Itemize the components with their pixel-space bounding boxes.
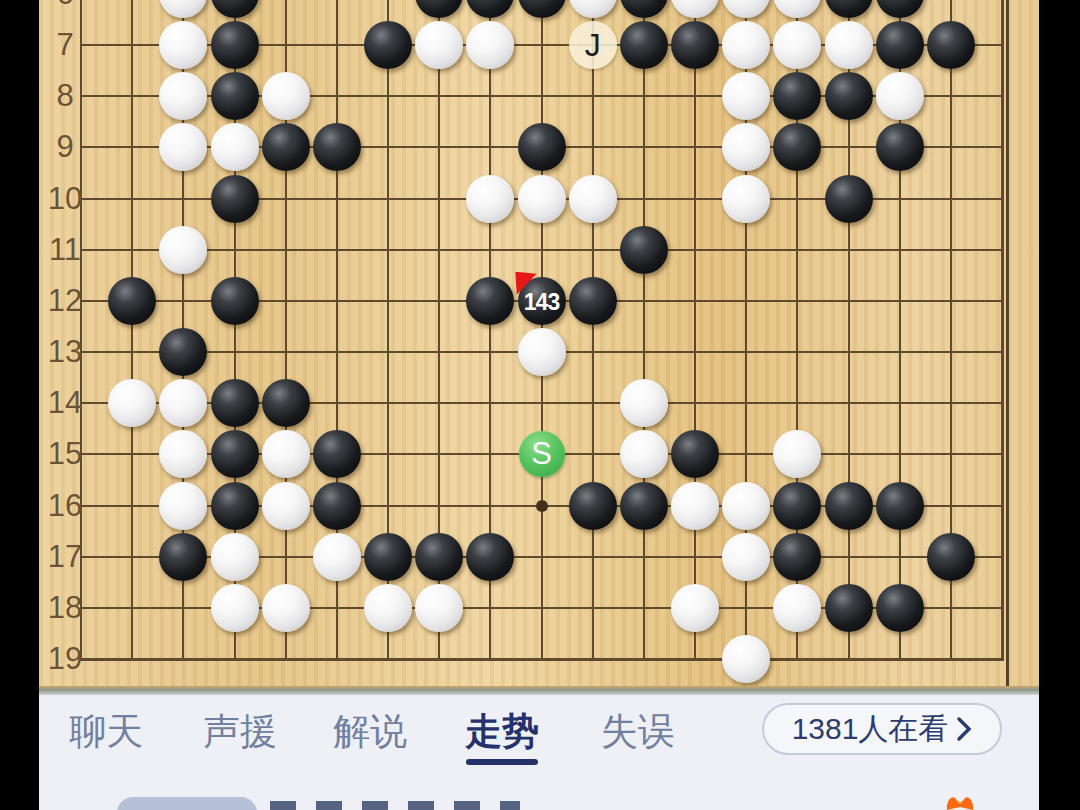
black-stone [620, 21, 668, 69]
go-board[interactable]: 678910111213141516171819 143JS [39, 0, 1039, 695]
white-stone [159, 0, 207, 18]
white-stone [671, 584, 719, 632]
grid-vline [131, 0, 133, 661]
black-stone [262, 379, 310, 427]
white-stone [262, 482, 310, 530]
black-stone [211, 379, 259, 427]
black-stone [569, 482, 617, 530]
black-stone [773, 533, 821, 581]
black-stone [671, 21, 719, 69]
tab-2[interactable]: 声援 [200, 707, 280, 757]
partial-text-row [270, 801, 520, 810]
suggestion-marker: S [519, 431, 565, 477]
row-label-6: 6 [39, 0, 91, 12]
black-stone [466, 533, 514, 581]
white-stone [620, 379, 668, 427]
grid-hline [80, 658, 1003, 661]
app-screen: 678910111213141516171819 143JS 聊天声援解说走势失… [0, 0, 1080, 810]
white-stone [671, 0, 719, 18]
white-stone [773, 584, 821, 632]
white-stone [722, 635, 770, 683]
tab-3[interactable]: 解说 [330, 707, 410, 757]
white-stone [159, 379, 207, 427]
white-stone [876, 72, 924, 120]
white-stone [569, 175, 617, 223]
grid-vline [694, 0, 696, 661]
row-label-7: 7 [39, 27, 91, 63]
white-stone [159, 21, 207, 69]
white-stone [108, 379, 156, 427]
black-stone [620, 0, 668, 18]
white-stone [159, 430, 207, 478]
black-stone [159, 328, 207, 376]
black-stone [518, 123, 566, 171]
black-stone [211, 175, 259, 223]
white-stone [159, 482, 207, 530]
black-stone [620, 226, 668, 274]
white-stone [415, 21, 463, 69]
black-stone [313, 482, 361, 530]
black-stone [313, 123, 361, 171]
grid-vline [643, 0, 645, 661]
black-stone [108, 277, 156, 325]
black-stone [211, 21, 259, 69]
active-tab-underline [466, 759, 538, 765]
white-stone [415, 584, 463, 632]
row-label-10: 10 [39, 181, 91, 217]
row-label-16: 16 [39, 488, 91, 524]
black-stone [773, 72, 821, 120]
black-stone [415, 533, 463, 581]
row-label-12: 12 [39, 283, 91, 319]
black-stone [211, 277, 259, 325]
white-stone [466, 175, 514, 223]
black-stone [466, 0, 514, 18]
viewers-count-label: 1381人在看 [792, 709, 949, 750]
black-stone [825, 175, 873, 223]
row-label-14: 14 [39, 385, 91, 421]
black-stone [825, 72, 873, 120]
white-stone [364, 584, 412, 632]
white-stone [722, 21, 770, 69]
grid-vline [592, 0, 594, 661]
ghost-stone-marker: J [569, 21, 617, 69]
tab-5[interactable]: 失误 [598, 707, 678, 757]
white-stone [313, 533, 361, 581]
grid-vline [1001, 0, 1004, 661]
white-stone [825, 21, 873, 69]
white-stone [722, 72, 770, 120]
black-stone [211, 72, 259, 120]
board-bottom-edge [39, 686, 1039, 695]
viewers-pill-button[interactable]: 1381人在看 [762, 703, 1002, 755]
white-stone [211, 533, 259, 581]
content-area: 678910111213141516171819 143JS 聊天声援解说走势失… [39, 0, 1039, 810]
black-stone [262, 123, 310, 171]
black-stone [773, 123, 821, 171]
gift-bow-icon[interactable] [944, 794, 976, 810]
row-label-8: 8 [39, 78, 91, 114]
board-right-edge [1006, 0, 1009, 686]
row-label-13: 13 [39, 334, 91, 370]
black-stone [825, 0, 873, 18]
black-stone [313, 430, 361, 478]
black-stone [876, 0, 924, 18]
white-stone [211, 584, 259, 632]
white-stone [722, 482, 770, 530]
white-stone [773, 430, 821, 478]
white-stone [773, 0, 821, 18]
white-stone [518, 175, 566, 223]
tab-bar: 聊天声援解说走势失误 1381人在看 [39, 695, 1039, 810]
black-stone [773, 482, 821, 530]
black-stone [364, 21, 412, 69]
row-label-9: 9 [39, 129, 91, 165]
white-stone [466, 21, 514, 69]
white-stone [722, 123, 770, 171]
black-stone [927, 533, 975, 581]
black-stone [415, 0, 463, 18]
white-stone [773, 21, 821, 69]
black-stone [211, 0, 259, 18]
tab-1[interactable]: 聊天 [66, 707, 146, 757]
black-stone [364, 533, 412, 581]
last-move-number: 143 [518, 288, 566, 315]
white-stone [722, 533, 770, 581]
black-stone [466, 277, 514, 325]
row-label-15: 15 [39, 436, 91, 472]
black-stone [825, 584, 873, 632]
black-stone [211, 482, 259, 530]
white-stone [722, 0, 770, 18]
black-stone [876, 482, 924, 530]
black-stone [876, 21, 924, 69]
white-stone [262, 72, 310, 120]
white-stone [671, 482, 719, 530]
black-stone [927, 21, 975, 69]
black-stone [159, 533, 207, 581]
row-label-11: 11 [39, 232, 91, 268]
black-stone [620, 482, 668, 530]
black-stone [569, 277, 617, 325]
white-stone [262, 430, 310, 478]
black-stone [518, 0, 566, 18]
black-stone [876, 123, 924, 171]
row-label-17: 17 [39, 539, 91, 575]
white-stone [159, 123, 207, 171]
star-point [536, 500, 548, 512]
partial-badge[interactable] [117, 797, 257, 810]
white-stone [518, 328, 566, 376]
black-stone [211, 430, 259, 478]
chevron-right-icon [956, 715, 972, 743]
row-label-19: 19 [39, 641, 91, 677]
white-stone [722, 175, 770, 223]
black-stone [671, 430, 719, 478]
black-stone [876, 584, 924, 632]
black-stone [825, 482, 873, 530]
white-stone [569, 0, 617, 18]
white-stone [262, 584, 310, 632]
white-stone [620, 430, 668, 478]
white-stone [211, 123, 259, 171]
tab-4[interactable]: 走势 [462, 707, 542, 757]
white-stone [159, 226, 207, 274]
grid-hline [80, 249, 1003, 251]
row-label-18: 18 [39, 590, 91, 626]
white-stone [159, 72, 207, 120]
